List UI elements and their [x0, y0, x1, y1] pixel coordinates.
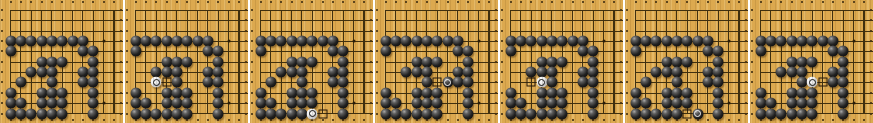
black-stone [265, 98, 276, 109]
coordinate-tick [655, 1, 657, 3]
coordinate-tick [745, 19, 747, 21]
coordinate-tick [620, 50, 622, 52]
black-stone [452, 36, 463, 47]
coordinate-tick [613, 1, 615, 3]
black-stone [692, 36, 703, 47]
circle-marker [153, 79, 160, 86]
black-stone [452, 77, 463, 88]
black-stone [546, 108, 557, 119]
coordinate-tick [870, 40, 872, 42]
black-stone [452, 67, 463, 78]
coordinate-tick [745, 81, 747, 83]
black-stone [46, 56, 57, 67]
black-stone [713, 108, 724, 119]
coordinate-tick [717, 1, 719, 3]
black-stone [171, 108, 182, 119]
coordinate-tick [745, 92, 747, 94]
black-stone [671, 98, 682, 109]
coordinate-tick [238, 1, 240, 3]
coordinate-tick [495, 71, 497, 73]
white-stone [307, 108, 318, 119]
coordinate-tick [353, 1, 355, 3]
coordinate-tick [870, 50, 872, 52]
coordinate-tick [1, 40, 3, 42]
coordinate-tick [870, 61, 872, 63]
black-stone [463, 46, 474, 57]
coordinate-tick [676, 1, 678, 3]
coordinate-tick [126, 50, 128, 52]
black-stone [755, 98, 766, 109]
coordinate-tick [251, 50, 253, 52]
coordinate-tick [870, 113, 872, 115]
black-stone [630, 108, 641, 119]
black-stone [286, 56, 297, 67]
coordinate-tick [811, 1, 813, 3]
coordinate-tick [751, 102, 753, 104]
black-stone [713, 46, 724, 57]
black-stone [755, 36, 766, 47]
black-stone [442, 36, 453, 47]
coordinate-tick [1, 81, 3, 83]
black-stone [432, 56, 443, 67]
black-stone [463, 56, 474, 67]
black-stone [651, 108, 662, 119]
black-stone [5, 98, 16, 109]
coordinate-tick [707, 1, 709, 3]
coordinate-tick [126, 71, 128, 73]
black-stone [640, 108, 651, 119]
black-stone [213, 56, 224, 67]
black-stone [796, 98, 807, 109]
coordinate-tick [1, 61, 3, 63]
black-stone [432, 98, 443, 109]
coordinate-tick [126, 81, 128, 83]
black-stone [390, 98, 401, 109]
coordinate-tick [207, 1, 209, 3]
star-point [852, 102, 855, 105]
black-stone [380, 46, 391, 57]
coordinate-tick [870, 102, 872, 104]
coordinate-tick [251, 19, 253, 21]
coordinate-tick [301, 1, 303, 3]
black-stone [515, 36, 526, 47]
black-stone [588, 87, 599, 98]
coordinate-tick [666, 1, 668, 3]
black-stone [505, 46, 516, 57]
star-point [727, 40, 730, 43]
coordinate-tick [530, 1, 532, 3]
black-stone [46, 36, 57, 47]
black-stone [630, 87, 641, 98]
go-board-variation-1[interactable] [125, 0, 248, 123]
black-stone [755, 46, 766, 57]
black-stone [421, 98, 432, 109]
black-stone [182, 36, 193, 47]
black-stone [807, 108, 818, 119]
coordinate-tick [760, 1, 762, 3]
coordinate-tick [1, 102, 3, 104]
go-board-variation-4[interactable] [500, 0, 623, 123]
coordinate-tick [1, 113, 3, 115]
black-stone [171, 67, 182, 78]
coordinate-tick [370, 81, 372, 83]
coordinate-tick [426, 1, 428, 3]
coordinate-tick [126, 9, 128, 11]
coordinate-tick [686, 1, 688, 3]
black-stone [77, 67, 88, 78]
star-point [227, 40, 230, 43]
black-stone [755, 108, 766, 119]
coordinate-tick [645, 1, 647, 3]
coordinate-tick [376, 19, 378, 21]
coordinate-tick [176, 1, 178, 3]
black-stone [776, 108, 787, 119]
circle-marker [809, 79, 816, 86]
black-stone [338, 98, 349, 109]
black-stone [536, 87, 547, 98]
black-stone [255, 87, 266, 98]
black-stone [88, 77, 99, 88]
black-stone [411, 56, 422, 67]
black-stone [77, 46, 88, 57]
coordinate-tick [620, 19, 622, 21]
coordinate-tick [510, 1, 512, 3]
black-stone [5, 46, 16, 57]
coordinate-tick [620, 40, 622, 42]
coordinate-tick [751, 61, 753, 63]
square-marker [527, 78, 536, 87]
go-board-variation-3[interactable] [375, 0, 498, 123]
black-stone [130, 46, 141, 57]
coordinate-tick [376, 30, 378, 32]
coordinate-tick [376, 40, 378, 42]
black-stone [255, 108, 266, 119]
black-stone [380, 87, 391, 98]
coordinate-tick [120, 61, 122, 63]
black-stone [36, 87, 47, 98]
black-stone [588, 56, 599, 67]
coordinate-tick [495, 9, 497, 11]
black-stone [838, 108, 849, 119]
black-stone [286, 98, 297, 109]
coordinate-tick [457, 119, 459, 121]
black-stone [786, 67, 797, 78]
black-stone [77, 36, 88, 47]
black-stone [151, 108, 162, 119]
black-stone [265, 108, 276, 119]
black-stone [827, 46, 838, 57]
coordinate-tick [751, 30, 753, 32]
coordinate-tick [495, 61, 497, 63]
black-stone [505, 87, 516, 98]
coordinate-tick [186, 1, 188, 3]
black-stone [130, 87, 141, 98]
black-stone [588, 67, 599, 78]
coordinate-tick [370, 40, 372, 42]
coordinate-tick [751, 40, 753, 42]
coordinate-tick [385, 1, 387, 3]
coordinate-tick [582, 1, 584, 3]
black-stone [671, 36, 682, 47]
coordinate-tick [251, 81, 253, 83]
coordinate-tick [853, 119, 855, 121]
coordinate-tick [801, 1, 803, 3]
coordinate-tick [626, 71, 628, 73]
coordinate-tick [1, 92, 3, 94]
black-stone [515, 108, 526, 119]
coordinate-tick [686, 119, 688, 121]
coordinate-tick [620, 81, 622, 83]
coordinate-tick [626, 9, 628, 11]
black-stone [36, 108, 47, 119]
go-board-variation-2[interactable] [250, 0, 373, 123]
black-stone [765, 36, 776, 47]
black-stone [515, 98, 526, 109]
coordinate-tick [251, 40, 253, 42]
black-stone [182, 98, 193, 109]
go-board-variation-6[interactable] [750, 0, 873, 123]
black-stone [807, 87, 818, 98]
black-stone [286, 67, 297, 78]
square-marker [433, 78, 442, 87]
coordinate-tick [495, 81, 497, 83]
black-stone [338, 56, 349, 67]
coordinate-tick [1, 9, 3, 11]
black-stone [88, 108, 99, 119]
black-stone [130, 98, 141, 109]
black-stone [630, 98, 641, 109]
black-stone [526, 36, 537, 47]
black-stone [671, 56, 682, 67]
black-stone [442, 77, 453, 88]
coordinate-tick [447, 1, 449, 3]
coordinate-tick [376, 113, 378, 115]
coordinate-tick [870, 92, 872, 94]
square-marker [318, 109, 327, 118]
coordinate-tick [135, 1, 137, 3]
black-stone [88, 87, 99, 98]
circle-marker [444, 79, 451, 86]
coordinate-tick [626, 19, 628, 21]
black-stone [255, 46, 266, 57]
black-stone [255, 36, 266, 47]
coordinate-tick [103, 119, 105, 121]
black-stone [401, 36, 412, 47]
coordinate-tick [30, 1, 32, 3]
white-stone [151, 77, 162, 88]
coordinate-tick [280, 1, 282, 3]
black-stone [671, 87, 682, 98]
coordinate-tick [495, 19, 497, 21]
black-stone [161, 67, 172, 78]
black-stone [265, 36, 276, 47]
black-stone [671, 67, 682, 78]
black-stone [546, 36, 557, 47]
coordinate-tick [126, 92, 128, 94]
black-stone [88, 67, 99, 78]
black-stone [713, 98, 724, 109]
black-stone [546, 77, 557, 88]
coordinate-tick [197, 119, 199, 121]
coordinate-tick [501, 9, 503, 11]
black-stone [5, 108, 16, 119]
black-stone [161, 108, 172, 119]
black-stone [213, 108, 224, 119]
black-stone [411, 87, 422, 98]
coordinate-tick [113, 1, 115, 3]
coordinate-tick [478, 119, 480, 121]
coordinate-tick [745, 9, 747, 11]
black-stone [327, 77, 338, 88]
coordinate-tick [311, 1, 313, 3]
coordinate-tick [501, 50, 503, 52]
coordinate-tick [626, 61, 628, 63]
go-board-variation-5[interactable] [625, 0, 748, 123]
coordinate-tick [370, 30, 372, 32]
black-stone [213, 46, 224, 57]
coordinate-tick [495, 113, 497, 115]
coordinate-tick [103, 1, 105, 3]
coordinate-tick [870, 19, 872, 21]
black-stone [577, 77, 588, 88]
black-stone [661, 36, 672, 47]
coordinate-tick [332, 119, 334, 121]
coordinate-tick [166, 1, 168, 3]
coordinate-tick [620, 92, 622, 94]
black-stone [682, 98, 693, 109]
black-stone [421, 108, 432, 119]
black-stone [713, 56, 724, 67]
coordinate-tick [251, 30, 253, 32]
black-stone [640, 36, 651, 47]
black-stone [36, 36, 47, 47]
coordinate-tick [592, 1, 594, 3]
coordinate-tick [41, 1, 43, 3]
square-marker [818, 78, 827, 87]
black-stone [88, 46, 99, 57]
black-stone [307, 36, 318, 47]
coordinate-tick [120, 102, 122, 104]
black-stone [36, 56, 47, 67]
coordinate-tick [626, 113, 628, 115]
coordinate-tick [120, 9, 122, 11]
black-stone [661, 98, 672, 109]
black-stone [296, 56, 307, 67]
coordinate-tick [488, 119, 490, 121]
coordinate-tick [228, 119, 230, 121]
black-stone [796, 87, 807, 98]
coordinate-tick [626, 40, 628, 42]
black-stone [557, 56, 568, 67]
black-stone [827, 36, 838, 47]
black-stone [202, 67, 213, 78]
black-stone [786, 108, 797, 119]
coordinate-tick [145, 1, 147, 3]
coordinate-tick [376, 9, 378, 11]
coordinate-tick [495, 50, 497, 52]
coordinate-tick [126, 19, 128, 21]
coordinate-tick [197, 1, 199, 3]
black-stone [463, 98, 474, 109]
black-stone [380, 36, 391, 47]
black-stone [338, 108, 349, 119]
coordinate-tick [863, 1, 865, 3]
black-stone [286, 108, 297, 119]
black-stone [276, 36, 287, 47]
coordinate-tick [370, 9, 372, 11]
coordinate-tick [251, 9, 253, 11]
coordinate-tick [745, 113, 747, 115]
coordinate-tick [245, 81, 247, 83]
coordinate-tick [251, 102, 253, 104]
black-stone [713, 77, 724, 88]
coordinate-tick [363, 119, 365, 121]
coordinate-tick [541, 1, 543, 3]
black-stone [421, 36, 432, 47]
coordinate-tick [457, 1, 459, 3]
black-stone [307, 56, 318, 67]
black-stone [46, 77, 57, 88]
star-point [352, 40, 355, 43]
coordinate-tick [501, 71, 503, 73]
black-stone [827, 77, 838, 88]
coordinate-tick [870, 9, 872, 11]
coordinate-tick [217, 1, 219, 3]
coordinate-tick [353, 119, 355, 121]
black-stone [755, 87, 766, 98]
black-stone [26, 108, 37, 119]
black-stone [786, 56, 797, 67]
black-stone [557, 108, 568, 119]
black-stone [57, 108, 68, 119]
go-diagram-strip [0, 0, 873, 123]
black-stone [577, 36, 588, 47]
coordinate-tick [478, 1, 480, 3]
black-stone [46, 67, 57, 78]
coordinate-tick [520, 1, 522, 3]
black-stone [130, 108, 141, 119]
coordinate-tick [501, 92, 503, 94]
coordinate-tick [745, 61, 747, 63]
black-stone [36, 98, 47, 109]
go-board-problem-diagram[interactable] [0, 0, 123, 123]
black-stone [171, 98, 182, 109]
coordinate-tick [291, 1, 293, 3]
black-stone [577, 67, 588, 78]
black-stone [67, 36, 78, 47]
black-stone [338, 77, 349, 88]
black-stone [671, 108, 682, 119]
coordinate-tick [582, 119, 584, 121]
black-stone [411, 67, 422, 78]
coordinate-tick [832, 119, 834, 121]
black-stone [536, 36, 547, 47]
black-stone [452, 46, 463, 57]
coordinate-tick [728, 1, 730, 3]
black-stone [796, 67, 807, 78]
black-stone [786, 36, 797, 47]
black-stone [296, 98, 307, 109]
black-stone [838, 67, 849, 78]
coordinate-tick [120, 81, 122, 83]
black-stone [463, 87, 474, 98]
black-stone [421, 67, 432, 78]
coordinate-tick [707, 119, 709, 121]
coordinate-tick [853, 1, 855, 3]
black-stone [463, 108, 474, 119]
coordinate-tick [495, 102, 497, 104]
star-point [352, 102, 355, 105]
